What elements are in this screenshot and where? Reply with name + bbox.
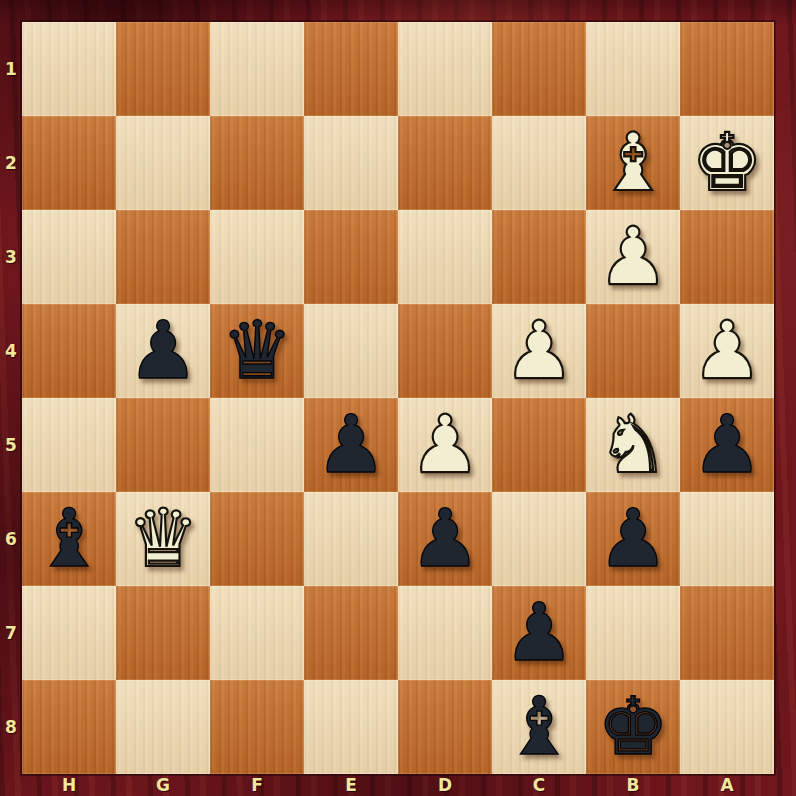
piece-black-pawn-a5[interactable]: ♟ <box>680 398 774 492</box>
piece-black-bishop-c8[interactable]: ♝ <box>492 680 586 774</box>
file-label-h: H <box>22 774 116 796</box>
square-h1[interactable] <box>22 22 116 116</box>
square-a4[interactable]: ♟ <box>680 304 774 398</box>
square-b3[interactable]: ♟ <box>586 210 680 304</box>
square-e4[interactable] <box>304 304 398 398</box>
square-c5[interactable] <box>492 398 586 492</box>
square-a6[interactable] <box>680 492 774 586</box>
square-d4[interactable] <box>398 304 492 398</box>
piece-black-pawn-e5[interactable]: ♟ <box>304 398 398 492</box>
piece-white-knight-b5[interactable]: ♞ <box>586 398 680 492</box>
square-a3[interactable] <box>680 210 774 304</box>
square-d8[interactable] <box>398 680 492 774</box>
square-e3[interactable] <box>304 210 398 304</box>
piece-black-pawn-d6[interactable]: ♟ <box>398 492 492 586</box>
rank-label-2: 2 <box>0 152 22 174</box>
square-e2[interactable] <box>304 116 398 210</box>
file-label-g: G <box>116 774 210 796</box>
file-label-b: B <box>586 774 680 796</box>
chessboard-frame: ♝♚♟♟♛♟♟♟♟♞♟♝♛♟♟♟♝♚ 12345678HGFEDCBA <box>0 0 796 796</box>
square-h7[interactable] <box>22 586 116 680</box>
square-g1[interactable] <box>116 22 210 116</box>
piece-white-queen-g6[interactable]: ♛ <box>116 492 210 586</box>
piece-black-pawn-g4[interactable]: ♟ <box>116 304 210 398</box>
square-e6[interactable] <box>304 492 398 586</box>
square-d5[interactable]: ♟ <box>398 398 492 492</box>
piece-white-pawn-d5[interactable]: ♟ <box>398 398 492 492</box>
square-b2[interactable]: ♝ <box>586 116 680 210</box>
piece-black-queen-f4[interactable]: ♛ <box>210 304 304 398</box>
rank-label-4: 4 <box>0 340 22 362</box>
square-g2[interactable] <box>116 116 210 210</box>
piece-white-pawn-b3[interactable]: ♟ <box>586 210 680 304</box>
piece-black-king-b8[interactable]: ♚ <box>586 680 680 774</box>
square-c1[interactable] <box>492 22 586 116</box>
square-e7[interactable] <box>304 586 398 680</box>
square-h8[interactable] <box>22 680 116 774</box>
square-a1[interactable] <box>680 22 774 116</box>
square-e5[interactable]: ♟ <box>304 398 398 492</box>
square-b5[interactable]: ♞ <box>586 398 680 492</box>
square-f1[interactable] <box>210 22 304 116</box>
square-e1[interactable] <box>304 22 398 116</box>
square-e8[interactable] <box>304 680 398 774</box>
square-h6[interactable]: ♝ <box>22 492 116 586</box>
square-b4[interactable] <box>586 304 680 398</box>
file-label-d: D <box>398 774 492 796</box>
piece-black-bishop-h6[interactable]: ♝ <box>22 492 116 586</box>
square-h4[interactable] <box>22 304 116 398</box>
square-c4[interactable]: ♟ <box>492 304 586 398</box>
square-h3[interactable] <box>22 210 116 304</box>
file-label-f: F <box>210 774 304 796</box>
square-d3[interactable] <box>398 210 492 304</box>
square-f7[interactable] <box>210 586 304 680</box>
square-f8[interactable] <box>210 680 304 774</box>
square-c2[interactable] <box>492 116 586 210</box>
square-f5[interactable] <box>210 398 304 492</box>
square-a5[interactable]: ♟ <box>680 398 774 492</box>
square-a8[interactable] <box>680 680 774 774</box>
file-label-a: A <box>680 774 774 796</box>
piece-white-pawn-c4[interactable]: ♟ <box>492 304 586 398</box>
square-b1[interactable] <box>586 22 680 116</box>
square-g5[interactable] <box>116 398 210 492</box>
square-c6[interactable] <box>492 492 586 586</box>
square-d1[interactable] <box>398 22 492 116</box>
file-label-c: C <box>492 774 586 796</box>
square-a2[interactable]: ♚ <box>680 116 774 210</box>
square-f3[interactable] <box>210 210 304 304</box>
square-f4[interactable]: ♛ <box>210 304 304 398</box>
square-f6[interactable] <box>210 492 304 586</box>
square-b6[interactable]: ♟ <box>586 492 680 586</box>
rank-label-5: 5 <box>0 434 22 456</box>
square-g3[interactable] <box>116 210 210 304</box>
square-h2[interactable] <box>22 116 116 210</box>
piece-white-bishop-b2[interactable]: ♝ <box>586 116 680 210</box>
square-a7[interactable] <box>680 586 774 680</box>
piece-white-pawn-a4[interactable]: ♟ <box>680 304 774 398</box>
square-b7[interactable] <box>586 586 680 680</box>
square-g7[interactable] <box>116 586 210 680</box>
piece-black-pawn-c7[interactable]: ♟ <box>492 586 586 680</box>
rank-label-3: 3 <box>0 246 22 268</box>
square-d2[interactable] <box>398 116 492 210</box>
square-h5[interactable] <box>22 398 116 492</box>
square-d7[interactable] <box>398 586 492 680</box>
square-c8[interactable]: ♝ <box>492 680 586 774</box>
square-g6[interactable]: ♛ <box>116 492 210 586</box>
rank-label-1: 1 <box>0 58 22 80</box>
piece-white-king-a2[interactable]: ♚ <box>680 116 774 210</box>
rank-label-8: 8 <box>0 716 22 738</box>
square-d6[interactable]: ♟ <box>398 492 492 586</box>
chessboard: ♝♚♟♟♛♟♟♟♟♞♟♝♛♟♟♟♝♚ <box>22 22 774 774</box>
square-f2[interactable] <box>210 116 304 210</box>
piece-black-pawn-b6[interactable]: ♟ <box>586 492 680 586</box>
square-c7[interactable]: ♟ <box>492 586 586 680</box>
square-g4[interactable]: ♟ <box>116 304 210 398</box>
square-c3[interactable] <box>492 210 586 304</box>
file-label-e: E <box>304 774 398 796</box>
square-b8[interactable]: ♚ <box>586 680 680 774</box>
rank-label-6: 6 <box>0 528 22 550</box>
rank-label-7: 7 <box>0 622 22 644</box>
square-g8[interactable] <box>116 680 210 774</box>
